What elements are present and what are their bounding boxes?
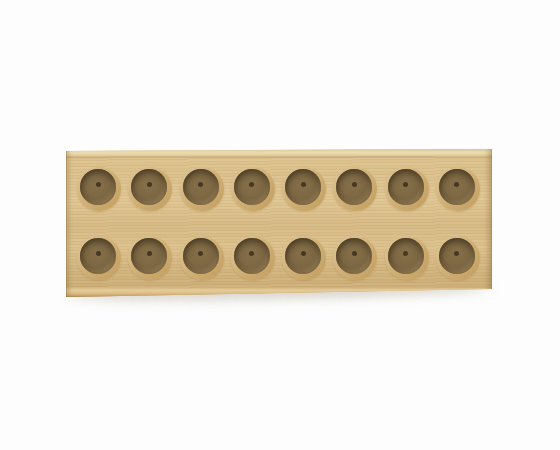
pit-hole: [234, 169, 270, 205]
pit-hole: [183, 238, 219, 274]
pit-r1-c1[interactable]: [77, 167, 121, 211]
drill-center-dot: [403, 182, 408, 187]
pit-r1-c2[interactable]: [128, 167, 172, 211]
drill-center-dot: [454, 182, 459, 187]
drill-center-dot: [249, 182, 254, 187]
pit-r2-c2[interactable]: [128, 236, 172, 280]
pit-hole: [80, 238, 116, 274]
photo-background: [0, 0, 560, 450]
pit-r1-c4[interactable]: [231, 167, 275, 211]
pit-r1-c6[interactable]: [333, 167, 377, 211]
pit-r1-c5[interactable]: [282, 167, 326, 211]
pit-hole: [234, 238, 270, 274]
pit-hole: [439, 238, 475, 274]
drill-center-dot: [352, 251, 357, 256]
drill-center-dot: [96, 182, 101, 187]
drill-center-dot: [301, 182, 306, 187]
pit-r1-c3[interactable]: [180, 167, 224, 211]
pit-grid: [66, 167, 492, 280]
drill-center-dot: [403, 251, 408, 256]
drill-center-dot: [301, 251, 306, 256]
drill-center-dot: [198, 182, 203, 187]
pit-hole: [285, 169, 321, 205]
pit-r1-c7[interactable]: [385, 167, 429, 211]
drill-center-dot: [96, 251, 101, 256]
pit-r2-c1[interactable]: [77, 236, 121, 280]
drill-center-dot: [454, 251, 459, 256]
drill-center-dot: [147, 182, 152, 187]
pit-r2-c6[interactable]: [333, 236, 377, 280]
pit-hole: [80, 169, 116, 205]
pit-hole: [183, 169, 219, 205]
pit-r2-c4[interactable]: [231, 236, 275, 280]
pit-r2-c5[interactable]: [282, 236, 326, 280]
pit-hole: [388, 169, 424, 205]
drill-center-dot: [352, 182, 357, 187]
pit-r2-c3[interactable]: [180, 236, 224, 280]
pit-r1-c8[interactable]: [436, 167, 480, 211]
pit-hole: [439, 169, 475, 205]
pit-hole: [285, 238, 321, 274]
pit-hole: [388, 238, 424, 274]
drill-center-dot: [249, 251, 254, 256]
drill-center-dot: [147, 251, 152, 256]
drill-center-dot: [198, 251, 203, 256]
pit-r2-c7[interactable]: [385, 236, 429, 280]
pit-r2-c8[interactable]: [436, 236, 480, 280]
mancala-board: [66, 148, 492, 298]
